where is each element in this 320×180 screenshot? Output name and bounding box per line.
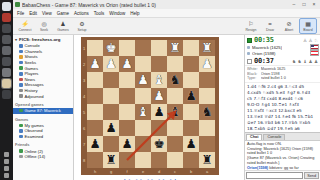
app-media-icon[interactable] [2, 68, 11, 77]
board-area: 12345678 hgfedcba ♚♜♜♟♟♟♟♟♝♞♟♟♝♟♝♞♟♟♟♚♟♜… [74, 35, 244, 180]
square-c8[interactable] [167, 152, 183, 168]
app-mail-icon[interactable] [2, 57, 11, 66]
file-label-g: g [103, 168, 119, 175]
square-g1[interactable]: ♚ [103, 40, 119, 56]
abort-button-icon: ⊘ [286, 21, 291, 28]
tray-network-icon[interactable] [4, 152, 9, 157]
white-pawn: ♟ [89, 56, 100, 72]
square-a5[interactable]: ♞ [199, 104, 215, 120]
white-clock: 00:35 [254, 36, 274, 44]
menu-file[interactable]: File [17, 11, 24, 16]
white-clock-row: 00:35 ♙ ♙ ♘ [245, 35, 320, 44]
square-c5[interactable]: ♝ [167, 104, 183, 120]
seek-button-icon: ◎ [41, 21, 46, 28]
shouts-icon [19, 55, 23, 59]
sidebar-item-label: Adjourned [25, 94, 44, 99]
square-f8[interactable] [119, 152, 135, 168]
minimize-button[interactable]: – [290, 1, 298, 8]
black-knight: ♞ [169, 72, 180, 88]
square-g3[interactable] [103, 72, 119, 88]
black-pawn: ♟ [185, 88, 196, 104]
sidebar-root[interactable]: ▾ FICS: freechess.org [13, 36, 73, 43]
square-d1[interactable] [151, 40, 167, 56]
square-g2[interactable]: ♟ [103, 56, 119, 72]
menu-actions[interactable]: Actions [74, 11, 89, 16]
square-e1[interactable] [135, 40, 151, 56]
square-a1[interactable]: ♜ [199, 40, 215, 56]
draw-button-label: Draw [266, 28, 274, 32]
file-label-h: h [87, 168, 103, 175]
board-button[interactable]: ▦Board [299, 18, 317, 34]
observed-icon [19, 129, 23, 133]
black-pawn: ♟ [121, 136, 132, 152]
square-h1[interactable] [87, 40, 103, 56]
chat-input[interactable] [246, 172, 303, 179]
sidebar-item-label: Channels [25, 49, 43, 54]
resign-button-label: Resign [246, 28, 257, 32]
app-launcher-icon[interactable] [2, 2, 11, 11]
square-f1[interactable] [119, 40, 135, 56]
console-icon [19, 44, 23, 48]
sidebar-item-label: Console [25, 43, 40, 48]
sidebar-item-label: Online (2) [25, 149, 43, 154]
square-e3[interactable]: ♟ [135, 72, 151, 88]
file-label-d: d [151, 168, 167, 175]
menu-help[interactable]: Help [130, 11, 139, 16]
white-pawn: ♟ [121, 56, 132, 72]
chat-text: {Game 87 (Maverick vs. Orion) Creating r… [247, 156, 314, 165]
file-label-e: e [135, 168, 151, 175]
square-g8[interactable]: ♜ [103, 152, 119, 168]
sidebar-section-header: Friends [13, 141, 73, 148]
square-b5[interactable] [183, 104, 199, 120]
sidebar-item-label: Examined [25, 134, 44, 139]
sidebar-item-label: Players [25, 71, 39, 76]
draw-button[interactable]: =Draw [261, 18, 279, 34]
sidebar-item-label: Offline (14) [25, 154, 46, 159]
square-b4[interactable]: ♟ [183, 88, 199, 104]
white-to-move-indicator [247, 38, 252, 43]
black-knight: ♞ [201, 104, 212, 120]
sidebar-item-label: My games [25, 123, 44, 128]
channels-icon [19, 50, 23, 54]
square-a2[interactable]: ♟ [199, 56, 215, 72]
square-g5[interactable] [103, 104, 119, 120]
app-settings-icon[interactable] [2, 90, 11, 99]
chat-message: {Game 87 (Maverick vs. Orion) Creating r… [247, 156, 318, 166]
black-king: ♚ [153, 136, 164, 152]
square-c4[interactable] [167, 88, 183, 104]
online-icon [19, 149, 23, 153]
menu-tools[interactable]: Tools [94, 11, 105, 16]
black-rook: ♜ [105, 152, 116, 168]
games-button[interactable]: ♟Games [54, 18, 72, 34]
games-button-icon: ♟ [60, 21, 65, 28]
square-h7[interactable]: ♟ [87, 136, 103, 152]
sidebar-section-header: Games [13, 116, 73, 123]
square-h3[interactable] [87, 72, 103, 88]
black-rook: ♜ [201, 152, 212, 168]
games-button-label: Games [57, 28, 68, 32]
setup-button-icon: ⚙ [79, 21, 84, 28]
tray-clock-icon[interactable] [4, 173, 9, 178]
chat-text: Auto-flag is now ON. [247, 142, 282, 146]
app-terminal-icon[interactable] [2, 35, 11, 44]
square-d4[interactable]: ♟ [151, 88, 167, 104]
player-badge-icon [247, 46, 250, 49]
players-icon [19, 72, 23, 76]
sidebar-root-label: FICS: freechess.org [19, 37, 60, 42]
square-c3[interactable]: ♞ [167, 72, 183, 88]
app-icon [15, 2, 20, 7]
chess-client-window: BabasChess - Game 87: Maverick vs Orion … [13, 0, 320, 180]
app-browser-icon[interactable] [2, 13, 11, 22]
menu-game[interactable]: Game [57, 11, 69, 16]
square-h5[interactable] [87, 104, 103, 120]
square-d6[interactable] [151, 120, 167, 136]
app-files-icon[interactable] [2, 24, 11, 33]
square-a3[interactable] [199, 72, 215, 88]
black-bishop: ♝ [169, 104, 180, 120]
sidebar-tree: ▾ FICS: freechess.org ConsoleChannelsSho… [13, 35, 74, 180]
chevron-down-icon: ▾ [15, 37, 17, 42]
white-captured-material: ♙ ♙ ♘ [303, 38, 318, 43]
square-f4[interactable] [119, 88, 135, 104]
seeks-icon [19, 61, 23, 65]
move-list: 1.d4♘f62.c4g63.♘c3d54.cxd5♘xd55.e3♗g76.♗… [245, 83, 320, 132]
info-key: Type: [247, 76, 258, 81]
resign-button-icon: ⚐ [248, 21, 253, 28]
square-b8[interactable] [183, 152, 199, 168]
menubar: FileEditViewGameActionsToolsWindowHelp [13, 9, 320, 18]
sidebar-item-adjourned[interactable]: Adjourned [13, 93, 73, 99]
black-clock-row: 00:37 ♞ ♞ ♝ ♟ ♟ [245, 56, 320, 65]
square-b7[interactable]: ♟ [183, 136, 199, 152]
square-f5[interactable] [119, 104, 135, 120]
app-chess-client-icon[interactable] [2, 79, 11, 88]
square-b2[interactable] [183, 56, 199, 72]
player-badge-icon [247, 52, 250, 55]
move-navigation: |◀◀◀◀▶▶▶▶| [81, 178, 219, 180]
sidebar-item-game-87-maverick[interactable]: Game 87: Maverick [13, 108, 73, 114]
menu-view[interactable]: View [42, 11, 52, 16]
messages-icon [19, 83, 23, 87]
game-panel: 00:35 ♙ ♙ ♘ Maverick (1625) Orion (1598)… [244, 35, 320, 180]
file-label-f: f [119, 168, 135, 175]
black-clock: 00:37 [254, 57, 274, 65]
file-label-a: a [199, 168, 215, 175]
sidebar-item-label: Game 87: Maverick [25, 108, 61, 113]
sidebar-section-header: Opened games [13, 101, 73, 108]
white-pawn: ♟ [105, 56, 116, 72]
history-icon [19, 89, 23, 93]
square-d5[interactable]: ♟ [151, 104, 167, 120]
titlebar: BabasChess - Game 87: Maverick vs Orion … [13, 0, 320, 9]
board-button-label: Board [303, 28, 312, 32]
nav-back-button[interactable]: ◀ [144, 178, 148, 180]
nav-forward-button[interactable]: ▶ [152, 178, 156, 180]
os-taskbar [0, 0, 13, 180]
black-to-move-indicator [247, 59, 252, 64]
chess-board: ♚♜♜♟♟♟♟♟♝♞♟♟♝♟♝♞♟♟♟♚♟♜♜ [87, 40, 215, 168]
sidebar-item-label: Games [25, 66, 39, 71]
my-games-icon [19, 124, 23, 128]
window-title: BabasChess - Game 87: Maverick vs Orion … [22, 2, 288, 8]
games-icon [19, 66, 23, 70]
sidebar-item-label: Observed [25, 128, 43, 133]
black-captured-material: ♞ ♞ ♝ ♟ ♟ [292, 59, 318, 64]
connect-button-icon: ⚡ [21, 21, 29, 28]
file-label-c: c [167, 168, 183, 175]
square-d2[interactable] [151, 56, 167, 72]
white-rook: ♜ [169, 40, 180, 56]
abort-button[interactable]: ⊘Abort [280, 18, 298, 34]
sidebar-item-offline-14-[interactable]: Offline (14) [13, 154, 73, 160]
square-c6[interactable] [167, 120, 183, 136]
board-frame: 12345678 hgfedcba ♚♜♜♟♟♟♟♟♝♞♟♟♝♟♝♞♟♟♟♚♟♜… [81, 37, 219, 175]
square-b6[interactable] [183, 120, 199, 136]
file-labels: hgfedcba [87, 168, 215, 175]
nav-first-button[interactable]: |◀ [124, 178, 130, 180]
chat-message: Creating: Maverick (1625) Orion (1598) r… [247, 147, 318, 157]
white-bishop: ♝ [137, 104, 148, 120]
sidebar-item-label: History [25, 88, 38, 93]
square-f6[interactable] [119, 120, 135, 136]
square-f3[interactable] [119, 72, 135, 88]
black-pawn: ♟ [89, 136, 100, 152]
setup-button-label: Setup [77, 28, 86, 32]
square-a4[interactable] [199, 88, 215, 104]
resign-button[interactable]: ⚐Resign [242, 18, 260, 34]
square-b1[interactable] [183, 40, 199, 56]
setup-button[interactable]: ⚙Setup [73, 18, 91, 34]
news-icon [19, 78, 23, 82]
black-player-name: Orion (1598) [252, 51, 276, 56]
black-pawn: ♟ [153, 104, 164, 120]
chat-panel: ChatConsole Auto-flag is now ON.Creating… [245, 132, 320, 180]
nav-forward5-button[interactable]: ▶▶ [159, 178, 167, 180]
white-king: ♚ [105, 40, 116, 56]
content: ▾ FICS: freechess.org ConsoleChannelsSho… [13, 35, 320, 180]
square-a7[interactable] [199, 136, 215, 152]
square-e6[interactable] [135, 120, 151, 136]
game-icon [19, 109, 23, 113]
white-pawn: ♟ [137, 72, 148, 88]
nav-last-button[interactable]: ▶| [170, 178, 176, 180]
square-h4[interactable] [87, 88, 103, 104]
chat-text: Creating: Maverick (1625) Orion (1598) r… [247, 147, 313, 156]
screen: { "game": "chess", "position": { "fen": … [0, 0, 320, 180]
square-e8[interactable] [135, 152, 151, 168]
sidebar-item-examined[interactable]: Examined [13, 134, 73, 140]
square-g6[interactable]: ♟ [103, 120, 119, 136]
white-rook: ♜ [201, 40, 212, 56]
square-a8[interactable]: ♜ [199, 152, 215, 168]
offline-icon [19, 155, 23, 159]
maximize-button[interactable]: □ [300, 1, 308, 8]
square-h2[interactable]: ♟ [87, 56, 103, 72]
square-f2[interactable]: ♟ [119, 56, 135, 72]
square-d7[interactable]: ♚ [151, 136, 167, 152]
flag-us-icon [311, 45, 318, 50]
menu-window[interactable]: Window [109, 11, 125, 16]
white-pawn: ♟ [201, 56, 212, 72]
black-pawn: ♟ [105, 120, 116, 136]
tray-battery-icon[interactable] [4, 166, 9, 171]
info-value: rated bullet 1 0 [261, 76, 318, 81]
white-bishop: ♝ [153, 72, 164, 88]
square-c7[interactable] [167, 136, 183, 152]
white-pawn: ♟ [153, 88, 164, 104]
square-a6[interactable] [199, 120, 215, 136]
flag-at-icon [311, 51, 318, 56]
chat-tabs: ChatConsole [245, 133, 320, 140]
square-c1[interactable]: ♜ [167, 40, 183, 56]
seek-button-label: Seek [40, 28, 48, 32]
square-d8[interactable] [151, 152, 167, 168]
board-button-icon: ▦ [305, 21, 311, 28]
connect-button-label: Connect [18, 28, 31, 32]
square-e7[interactable] [135, 136, 151, 152]
sidebar-item-label: Messages [25, 82, 44, 87]
square-b3[interactable] [183, 72, 199, 88]
square-g4[interactable] [103, 88, 119, 104]
square-e5[interactable]: ♝ [135, 104, 151, 120]
connect-button[interactable]: ⚡Connect [16, 18, 34, 34]
square-f7[interactable]: ♟ [119, 136, 135, 152]
examined-icon [19, 135, 23, 139]
move-token[interactable]: ♕xb5 [299, 120, 311, 126]
square-d3[interactable]: ♝ [151, 72, 167, 88]
nav-back5-button[interactable]: ◀◀ [133, 178, 141, 180]
tray-volume-icon[interactable] [4, 159, 9, 164]
send-button[interactable]: Send [304, 172, 319, 179]
sidebar-item-label: Seeks [25, 60, 37, 65]
square-h8[interactable] [87, 152, 103, 168]
file-label-b: b [183, 168, 199, 175]
app-editor-icon[interactable] [2, 46, 11, 55]
adjourned-icon [19, 94, 23, 98]
abort-button-label: Abort [285, 28, 293, 32]
square-e4[interactable] [135, 88, 151, 104]
chat-input-row: Send [245, 170, 320, 180]
seek-button[interactable]: ◎Seek [35, 18, 53, 34]
game-info: White:Maverick 1625Black:Orion 1598Type:… [245, 65, 320, 83]
square-g7[interactable] [103, 136, 119, 152]
draw-button-icon: = [268, 21, 272, 28]
toolbar: ⚡Connect◎Seek♟Games⚙Setup ⚐Resign=Draw⊘A… [13, 18, 320, 35]
white-player-name: Maverick (1625) [252, 45, 282, 50]
square-e2[interactable] [135, 56, 151, 72]
sidebar-item-label: News [25, 77, 35, 82]
menu-edit[interactable]: Edit [29, 11, 37, 16]
sidebar-item-label: Shouts [25, 54, 38, 59]
square-c2[interactable] [167, 56, 183, 72]
square-h6[interactable] [87, 120, 103, 136]
chat-messages: Auto-flag is now ON.Creating: Maverick (… [245, 140, 320, 170]
black-pawn: ♟ [185, 136, 196, 152]
close-button[interactable]: × [310, 1, 318, 8]
